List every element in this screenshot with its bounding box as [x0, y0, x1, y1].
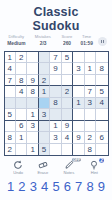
pause-icon — [101, 40, 102, 43]
cell-r6c9[interactable] — [96, 109, 107, 120]
tool-label: Erase — [38, 171, 49, 175]
numpad-3[interactable]: 3 — [30, 180, 37, 194]
cell-r1c3[interactable] — [27, 52, 38, 63]
stat-score: Score260 — [59, 35, 75, 48]
cell-r8c6[interactable]: 4 — [62, 132, 73, 143]
cell-r4c5[interactable] — [50, 86, 61, 97]
cell-r2c6[interactable] — [62, 63, 73, 74]
cell-r4c8[interactable]: 7 — [85, 86, 96, 97]
cell-r7c6[interactable]: 9 — [62, 121, 73, 132]
cell-r4c4[interactable]: 1 — [39, 86, 50, 97]
cell-r3c3[interactable]: 9 — [27, 75, 38, 86]
cell-r9c7[interactable] — [73, 144, 84, 155]
cell-r4c6[interactable]: 2 — [62, 86, 73, 97]
bulb-icon — [89, 160, 99, 170]
cell-r2c7[interactable]: 3 — [73, 63, 84, 74]
cell-r5c1[interactable] — [5, 98, 16, 109]
undo-icon — [13, 160, 23, 170]
cell-r8c3[interactable] — [27, 132, 38, 143]
cell-r4c9[interactable]: 5 — [96, 86, 107, 97]
cell-r8c8[interactable]: 2 — [85, 132, 96, 143]
pause-button[interactable] — [98, 37, 107, 46]
undo-button[interactable]: Undo — [9, 160, 27, 177]
stat-difficulty: DifficultyMedium — [5, 35, 28, 48]
numpad-2[interactable]: 2 — [18, 180, 25, 194]
numpad: 123456789 — [0, 177, 112, 194]
cell-r7c7[interactable] — [73, 121, 84, 132]
cell-r5c9[interactable]: 4 — [96, 98, 107, 109]
stat-time: Time01:59 — [78, 35, 94, 48]
cell-r1c9[interactable] — [96, 52, 107, 63]
cell-r6c3[interactable]: 1 — [27, 109, 38, 120]
numpad-5[interactable]: 5 — [52, 180, 59, 194]
cell-r5c4[interactable] — [39, 98, 50, 109]
cell-r6c1[interactable]: 5 — [5, 109, 16, 120]
stat-mistakes: Mistakes2/3 — [31, 35, 55, 48]
cell-r1c4[interactable] — [39, 52, 50, 63]
cell-r9c8[interactable]: 8 — [85, 144, 96, 155]
cell-r7c9[interactable] — [96, 121, 107, 132]
cell-r9c4[interactable]: 5 — [39, 144, 50, 155]
cell-r1c5[interactable]: 7 — [50, 52, 61, 63]
cell-r6c5[interactable] — [50, 109, 61, 120]
tool-label: Undo — [13, 171, 23, 175]
cell-r9c3[interactable]: 1 — [27, 144, 38, 155]
page-title: Classic Sudoku — [0, 5, 112, 33]
cell-r3c6[interactable] — [62, 75, 73, 86]
numpad-7[interactable]: 7 — [75, 180, 82, 194]
cell-r6c2[interactable] — [16, 109, 27, 120]
numpad-4[interactable]: 4 — [41, 180, 48, 194]
cell-r8c7[interactable]: 9 — [73, 132, 84, 143]
cell-r1c8[interactable] — [85, 52, 96, 63]
eraser-icon — [38, 160, 48, 170]
cell-r1c7[interactable] — [73, 52, 84, 63]
cell-r5c7[interactable]: 1 — [73, 98, 84, 109]
cell-r2c2[interactable] — [16, 63, 27, 74]
cell-r5c3[interactable] — [27, 98, 38, 109]
erase-button[interactable]: Erase — [34, 160, 52, 177]
cell-r6c4[interactable]: 3 — [39, 109, 50, 120]
cell-r3c7[interactable] — [73, 75, 84, 86]
numpad-9[interactable]: 9 — [98, 180, 105, 194]
hint-badge: 2 — [99, 158, 104, 163]
cell-r3c9[interactable] — [96, 75, 107, 86]
stats-bar: DifficultyMediumMistakes2/3Score260Time0… — [0, 33, 112, 48]
tool-label: Hint — [90, 171, 97, 175]
stat-value: Medium — [7, 41, 25, 47]
cell-r3c1[interactable]: 7 — [5, 75, 16, 86]
stat-value: 2/3 — [40, 41, 47, 47]
cell-r7c5[interactable]: 1 — [50, 121, 61, 132]
cell-r5c2[interactable] — [16, 98, 27, 109]
cell-r8c9[interactable]: 6 — [96, 132, 107, 143]
stat-value: 260 — [63, 41, 71, 47]
numpad-6[interactable]: 6 — [64, 180, 71, 194]
cell-r8c1[interactable]: 8 — [5, 132, 16, 143]
pause-icon — [103, 40, 104, 43]
stat-label: Time — [82, 35, 91, 39]
cell-r3c2[interactable]: 8 — [16, 75, 27, 86]
cell-r7c8[interactable] — [85, 121, 96, 132]
notes-badge: OFF — [72, 158, 81, 162]
numpad-1[interactable]: 1 — [7, 180, 14, 194]
cell-r5c6[interactable] — [62, 98, 73, 109]
numpad-8[interactable]: 8 — [86, 180, 93, 194]
cell-r9c2[interactable] — [16, 144, 27, 155]
cell-r7c3[interactable]: 3 — [27, 121, 38, 132]
cell-r7c2[interactable]: 6 — [16, 121, 27, 132]
cell-r1c1[interactable]: 1 — [5, 52, 16, 63]
cell-r3c8[interactable] — [85, 75, 96, 86]
cell-r4c1[interactable] — [5, 86, 16, 97]
cell-r4c2[interactable]: 4 — [16, 86, 27, 97]
cell-r1c6[interactable]: 5 — [62, 52, 73, 63]
cell-r2c4[interactable] — [39, 63, 50, 74]
cell-r6c7[interactable] — [73, 109, 84, 120]
cell-r7c1[interactable] — [5, 121, 16, 132]
cell-r2c5[interactable]: 9 — [50, 63, 61, 74]
cell-r3c4[interactable]: 2 — [39, 75, 50, 86]
pencil-icon — [64, 160, 74, 170]
stat-label: Score — [61, 35, 72, 39]
cell-r8c2[interactable]: 1 — [16, 132, 27, 143]
cell-r2c9[interactable]: 8 — [96, 63, 107, 74]
cell-r9c9[interactable] — [96, 144, 107, 155]
notes-button[interactable]: OFFNotes — [60, 160, 78, 177]
title-line-1: Classic — [0, 5, 112, 19]
title-line-2: Sudoku — [0, 19, 112, 33]
hint-button[interactable]: 2Hint — [85, 160, 103, 177]
cell-r3c5[interactable] — [50, 75, 61, 86]
cell-r1c2[interactable]: 2 — [16, 52, 27, 63]
toolbar: UndoEraseOFFNotes2Hint — [0, 156, 112, 177]
cell-r9c6[interactable] — [62, 144, 73, 155]
cell-r9c5[interactable] — [50, 144, 61, 155]
cell-r2c8[interactable]: 1 — [85, 63, 96, 74]
cell-r8c4[interactable] — [39, 132, 50, 143]
sudoku-app: Classic Sudoku DifficultyMediumMistakes2… — [0, 0, 112, 200]
cell-r2c1[interactable]: 4 — [5, 63, 16, 74]
cell-r7c4[interactable] — [39, 121, 50, 132]
stat-value: 01:59 — [80, 41, 92, 47]
cell-r9c1[interactable]: 2 — [5, 144, 16, 155]
cell-r8c5[interactable]: 3 — [50, 132, 61, 143]
cell-r5c8[interactable]: 3 — [85, 98, 96, 109]
cell-r6c6[interactable] — [62, 109, 73, 120]
cell-r2c3[interactable] — [27, 63, 38, 74]
sudoku-board: 1275493187892481275813451363198134926215… — [4, 51, 109, 156]
cell-r5c5[interactable]: 8 — [50, 98, 61, 109]
cell-r4c7[interactable] — [73, 86, 84, 97]
tool-label: Notes — [63, 171, 74, 175]
cell-r4c3[interactable]: 8 — [27, 86, 38, 97]
stat-label: Difficulty — [9, 35, 24, 39]
cell-r6c8[interactable] — [85, 109, 96, 120]
stat-label: Mistakes — [35, 35, 51, 39]
